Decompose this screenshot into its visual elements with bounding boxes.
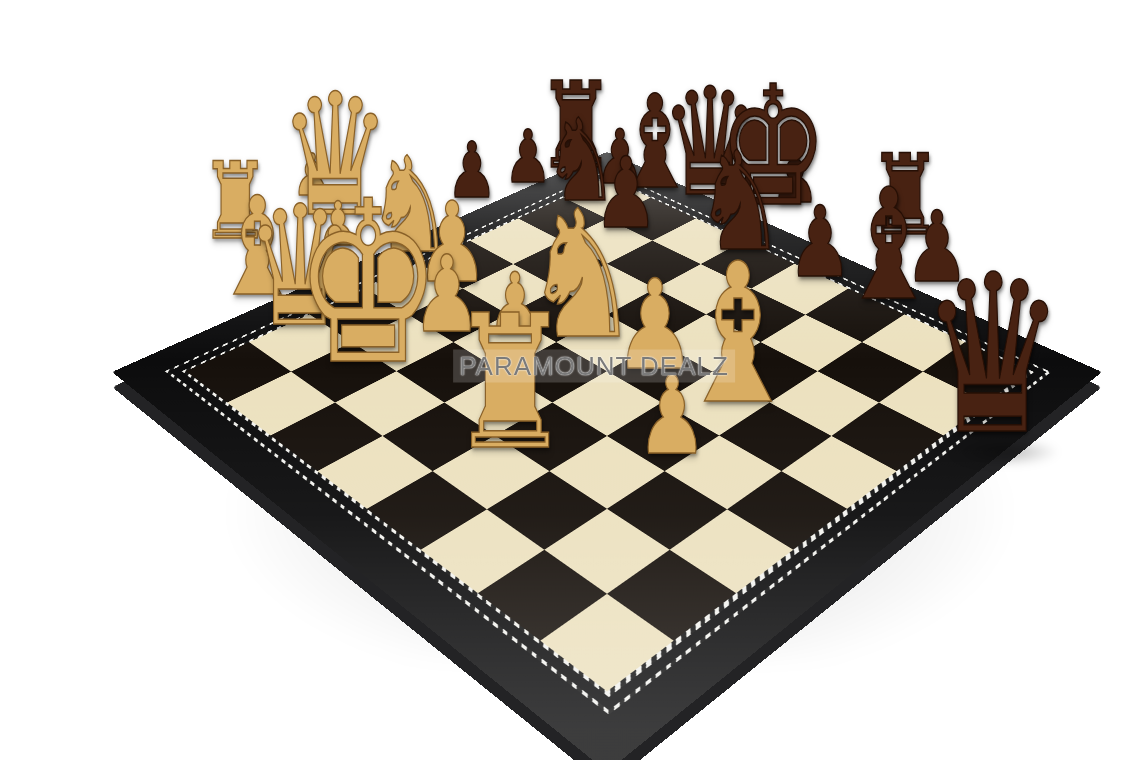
product-photo-stage: ♜♟♟♝♟♟♛♟♞♚♛♟♜♜♟♞♞♟♟♟♝♝♛♟♟♞♟♚♝♛♟♜ PARAMOU… [0,0,1140,760]
offboard-queen-shadow [950,438,1060,466]
watermark: PARAMOUNT DEALZ [453,350,735,383]
